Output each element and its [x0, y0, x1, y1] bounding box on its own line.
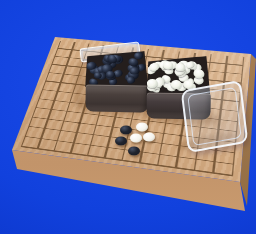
- white-stone-on-board: [143, 133, 155, 142]
- white-pile-stone: [147, 79, 158, 88]
- white-stone-on-board: [136, 123, 148, 132]
- black-stone-on-board: [128, 146, 140, 155]
- white-pile-stone: [175, 63, 185, 71]
- black-case-front: [85, 84, 148, 112]
- white-stone-on-board: [130, 133, 142, 142]
- black-stone-on-board: [115, 136, 127, 145]
- lid-inner-rim: [187, 87, 241, 146]
- clear-lid-leaning: [181, 80, 249, 153]
- black-stone-on-board: [120, 126, 132, 135]
- go-set-photo: [0, 0, 256, 234]
- white-pile-stone: [149, 62, 160, 71]
- black-stones-pile: [84, 51, 148, 88]
- white-pile-stone: [163, 61, 174, 70]
- black-stone-case: [84, 51, 149, 113]
